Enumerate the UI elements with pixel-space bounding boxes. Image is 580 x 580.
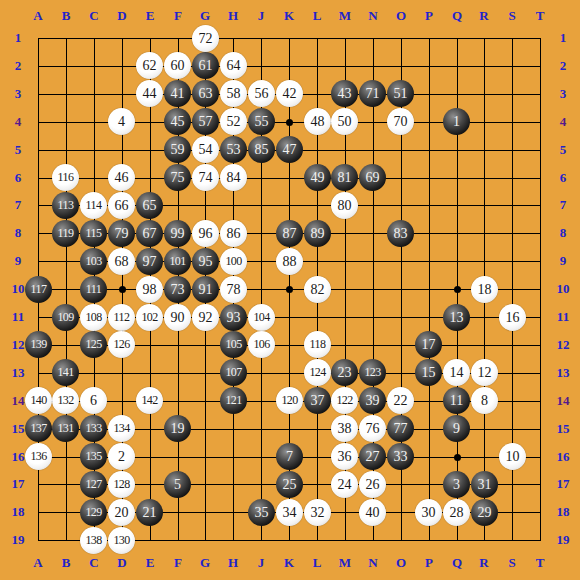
- stone-black-101-F9[interactable]: 101: [164, 248, 191, 275]
- row-label-right-9: 9: [549, 254, 577, 268]
- stone-white-122-M14[interactable]: 122: [331, 387, 358, 414]
- stone-white-12-R13[interactable]: 12: [471, 359, 498, 386]
- col-label-bottom-E: E: [136, 556, 164, 570]
- col-label-top-L: L: [303, 9, 331, 23]
- stone-white-38-M15[interactable]: 38: [331, 415, 358, 442]
- stone-white-56-J3[interactable]: 56: [248, 80, 275, 107]
- col-label-top-M: M: [331, 9, 359, 23]
- stone-white-2-D16[interactable]: 2: [108, 443, 135, 470]
- col-label-bottom-L: L: [303, 556, 331, 570]
- col-label-top-B: B: [52, 9, 80, 23]
- stone-white-86-H8[interactable]: 86: [220, 220, 247, 247]
- stone-black-91-G10[interactable]: 91: [192, 276, 219, 303]
- stone-black-83-O8[interactable]: 83: [387, 220, 414, 247]
- stone-black-133-C15[interactable]: 133: [80, 415, 107, 442]
- stone-black-13-Q11[interactable]: 13: [443, 304, 470, 331]
- row-label-right-18: 18: [549, 505, 577, 519]
- stone-black-29-R18[interactable]: 29: [471, 499, 498, 526]
- stone-black-53-H5[interactable]: 53: [220, 136, 247, 163]
- stone-white-10-S16[interactable]: 10: [499, 443, 526, 470]
- stone-black-115-C8[interactable]: 115: [80, 220, 107, 247]
- stone-white-98-E10[interactable]: 98: [136, 276, 163, 303]
- stone-black-7-K16[interactable]: 7: [276, 443, 303, 470]
- stone-white-116-B6[interactable]: 116: [52, 164, 79, 191]
- stone-black-117-A10[interactable]: 117: [25, 276, 52, 303]
- star-point-Q10: [454, 286, 461, 293]
- row-label-right-8: 8: [549, 226, 577, 240]
- stone-white-46-D6[interactable]: 46: [108, 164, 135, 191]
- stone-white-88-K9[interactable]: 88: [276, 248, 303, 275]
- stone-white-114-C7[interactable]: 114: [80, 192, 107, 219]
- stone-black-17-P12[interactable]: 17: [415, 331, 442, 358]
- stone-white-124-L13[interactable]: 124: [304, 359, 331, 386]
- col-label-bottom-H: H: [219, 556, 247, 570]
- star-point-D10: [119, 286, 126, 293]
- stone-white-72-G1[interactable]: 72: [192, 25, 219, 52]
- row-label-right-16: 16: [549, 450, 577, 464]
- stone-white-138-C19[interactable]: 138: [80, 527, 107, 554]
- row-label-right-11: 11: [549, 310, 577, 324]
- stone-black-27-N16[interactable]: 27: [359, 443, 386, 470]
- col-label-bottom-D: D: [108, 556, 136, 570]
- stone-white-4-D4[interactable]: 4: [108, 108, 135, 135]
- stone-black-19-F15[interactable]: 19: [164, 415, 191, 442]
- col-label-top-H: H: [219, 9, 247, 23]
- stone-white-26-N17[interactable]: 26: [359, 471, 386, 498]
- col-label-bottom-N: N: [359, 556, 387, 570]
- stone-white-24-M17[interactable]: 24: [331, 471, 358, 498]
- row-label-right-19: 19: [549, 533, 577, 547]
- stone-white-62-E2[interactable]: 62: [136, 52, 163, 79]
- stone-black-93-H11[interactable]: 93: [220, 304, 247, 331]
- stone-white-74-G6[interactable]: 74: [192, 164, 219, 191]
- stone-black-31-R17[interactable]: 31: [471, 471, 498, 498]
- stone-white-50-M4[interactable]: 50: [331, 108, 358, 135]
- stone-white-136-A16[interactable]: 136: [25, 443, 52, 470]
- stone-black-131-B15[interactable]: 131: [52, 415, 79, 442]
- row-label-right-7: 7: [549, 198, 577, 212]
- col-label-bottom-J: J: [247, 556, 275, 570]
- stone-white-18-R10[interactable]: 18: [471, 276, 498, 303]
- stone-white-102-E11[interactable]: 102: [136, 304, 163, 331]
- stone-white-40-N18[interactable]: 40: [359, 499, 386, 526]
- stone-black-55-J4[interactable]: 55: [248, 108, 275, 135]
- stone-white-106-J12[interactable]: 106: [248, 331, 275, 358]
- row-label-left-11: 11: [4, 310, 32, 324]
- stone-white-128-D17[interactable]: 128: [108, 471, 135, 498]
- stone-white-130-D19[interactable]: 130: [108, 527, 135, 554]
- stone-black-61-G2[interactable]: 61: [192, 52, 219, 79]
- stone-white-104-J11[interactable]: 104: [248, 304, 275, 331]
- stone-black-135-C16[interactable]: 135: [80, 443, 107, 470]
- stone-black-57-G4[interactable]: 57: [192, 108, 219, 135]
- stone-white-134-D15[interactable]: 134: [108, 415, 135, 442]
- col-label-bottom-T: T: [526, 556, 554, 570]
- col-label-top-N: N: [359, 9, 387, 23]
- stone-black-25-K17[interactable]: 25: [276, 471, 303, 498]
- row-label-right-12: 12: [549, 338, 577, 352]
- stone-black-111-C10[interactable]: 111: [80, 276, 107, 303]
- star-point-K10: [286, 286, 293, 293]
- stone-black-21-E18[interactable]: 21: [136, 499, 163, 526]
- stone-white-76-N15[interactable]: 76: [359, 415, 386, 442]
- stone-black-37-L14[interactable]: 37: [304, 387, 331, 414]
- row-label-left-4: 4: [4, 115, 32, 129]
- row-label-left-2: 2: [4, 59, 32, 73]
- grid-line-v: [429, 38, 430, 541]
- stone-black-97-E9[interactable]: 97: [136, 248, 163, 275]
- col-label-bottom-F: F: [164, 556, 192, 570]
- stone-black-87-K8[interactable]: 87: [276, 220, 303, 247]
- col-label-bottom-P: P: [415, 556, 443, 570]
- stone-white-80-M7[interactable]: 80: [331, 192, 358, 219]
- stone-black-99-F8[interactable]: 99: [164, 220, 191, 247]
- row-label-right-17: 17: [549, 477, 577, 491]
- col-label-top-D: D: [108, 9, 136, 23]
- stone-black-11-Q14[interactable]: 11: [443, 387, 470, 414]
- stone-white-100-H9[interactable]: 100: [220, 248, 247, 275]
- stone-black-35-J18[interactable]: 35: [248, 499, 275, 526]
- stone-black-43-M3[interactable]: 43: [331, 80, 358, 107]
- col-label-top-Q: Q: [443, 9, 471, 23]
- stone-black-15-P13[interactable]: 15: [415, 359, 442, 386]
- stone-white-58-H3[interactable]: 58: [220, 80, 247, 107]
- stone-white-90-F11[interactable]: 90: [164, 304, 191, 331]
- stone-white-70-O4[interactable]: 70: [387, 108, 414, 135]
- stone-black-127-C17[interactable]: 127: [80, 471, 107, 498]
- stone-white-60-F2[interactable]: 60: [164, 52, 191, 79]
- row-label-left-9: 9: [4, 254, 32, 268]
- row-label-right-4: 4: [549, 115, 577, 129]
- row-label-left-7: 7: [4, 198, 32, 212]
- stone-white-16-S11[interactable]: 16: [499, 304, 526, 331]
- row-label-right-14: 14: [549, 394, 577, 408]
- stone-black-73-F10[interactable]: 73: [164, 276, 191, 303]
- col-label-bottom-Q: Q: [443, 556, 471, 570]
- row-label-right-15: 15: [549, 422, 577, 436]
- stone-black-79-D8[interactable]: 79: [108, 220, 135, 247]
- stone-white-8-R14[interactable]: 8: [471, 387, 498, 414]
- stone-black-71-N3[interactable]: 71: [359, 80, 386, 107]
- stone-black-45-F4[interactable]: 45: [164, 108, 191, 135]
- col-label-bottom-G: G: [191, 556, 219, 570]
- stone-black-5-F17[interactable]: 5: [164, 471, 191, 498]
- stone-white-68-D9[interactable]: 68: [108, 248, 135, 275]
- stone-white-6-C14[interactable]: 6: [80, 387, 107, 414]
- row-label-right-13: 13: [549, 366, 577, 380]
- row-label-left-3: 3: [4, 87, 32, 101]
- stone-black-95-G9[interactable]: 95: [192, 248, 219, 275]
- stone-black-137-A15[interactable]: 137: [25, 415, 52, 442]
- stone-white-42-K3[interactable]: 42: [276, 80, 303, 107]
- stone-white-126-D12[interactable]: 126: [108, 331, 135, 358]
- col-label-top-E: E: [136, 9, 164, 23]
- row-label-right-5: 5: [549, 143, 577, 157]
- stone-black-49-L6[interactable]: 49: [304, 164, 331, 191]
- col-label-top-C: C: [80, 9, 108, 23]
- row-label-left-6: 6: [4, 171, 32, 185]
- col-label-top-A: A: [24, 9, 52, 23]
- stone-black-1-Q4[interactable]: 1: [443, 108, 470, 135]
- col-label-top-P: P: [415, 9, 443, 23]
- stone-white-20-D18[interactable]: 20: [108, 499, 135, 526]
- col-label-bottom-C: C: [80, 556, 108, 570]
- stone-white-120-K14[interactable]: 120: [276, 387, 303, 414]
- stone-black-119-B8[interactable]: 119: [52, 220, 79, 247]
- stone-black-81-M6[interactable]: 81: [331, 164, 358, 191]
- stone-white-132-B14[interactable]: 132: [52, 387, 79, 414]
- row-label-left-13: 13: [4, 366, 32, 380]
- star-point-K4: [286, 119, 293, 126]
- stone-black-85-J5[interactable]: 85: [248, 136, 275, 163]
- col-label-bottom-A: A: [24, 556, 52, 570]
- stone-black-47-K5[interactable]: 47: [276, 136, 303, 163]
- stone-white-32-L18[interactable]: 32: [304, 499, 331, 526]
- col-label-bottom-B: B: [52, 556, 80, 570]
- stone-black-139-A12[interactable]: 139: [25, 331, 52, 358]
- row-label-right-1: 1: [549, 31, 577, 45]
- col-label-top-F: F: [164, 9, 192, 23]
- col-label-top-J: J: [247, 9, 275, 23]
- col-label-bottom-K: K: [275, 556, 303, 570]
- stone-white-96-G8[interactable]: 96: [192, 220, 219, 247]
- stone-white-22-O14[interactable]: 22: [387, 387, 414, 414]
- stone-black-63-G3[interactable]: 63: [192, 80, 219, 107]
- col-label-top-O: O: [387, 9, 415, 23]
- stone-black-23-M13[interactable]: 23: [331, 359, 358, 386]
- row-label-right-6: 6: [549, 171, 577, 185]
- stone-black-59-F5[interactable]: 59: [164, 136, 191, 163]
- stone-black-103-C9[interactable]: 103: [80, 248, 107, 275]
- stone-black-129-C18[interactable]: 129: [80, 499, 107, 526]
- stone-black-9-Q15[interactable]: 9: [443, 415, 470, 442]
- stone-black-75-F6[interactable]: 75: [164, 164, 191, 191]
- go-board[interactable]: AABBCCDDEEFFGGHHJJKKLLMMNNOOPPQQRRSSTT11…: [0, 0, 580, 580]
- stone-white-44-E3[interactable]: 44: [136, 80, 163, 107]
- stone-black-123-N13[interactable]: 123: [359, 359, 386, 386]
- stone-white-118-L12[interactable]: 118: [304, 331, 331, 358]
- stone-white-84-H6[interactable]: 84: [220, 164, 247, 191]
- stone-white-78-H10[interactable]: 78: [220, 276, 247, 303]
- stone-black-67-E8[interactable]: 67: [136, 220, 163, 247]
- stone-white-66-D7[interactable]: 66: [108, 192, 135, 219]
- stone-black-107-H13[interactable]: 107: [220, 359, 247, 386]
- row-label-left-8: 8: [4, 226, 32, 240]
- stone-black-65-E7[interactable]: 65: [136, 192, 163, 219]
- row-label-left-5: 5: [4, 143, 32, 157]
- row-label-right-2: 2: [549, 59, 577, 73]
- col-label-top-R: R: [470, 9, 498, 23]
- stone-white-34-K18[interactable]: 34: [276, 499, 303, 526]
- stone-black-51-O3[interactable]: 51: [387, 80, 414, 107]
- stone-black-125-C12[interactable]: 125: [80, 331, 107, 358]
- col-label-top-K: K: [275, 9, 303, 23]
- col-label-top-T: T: [526, 9, 554, 23]
- stone-black-109-B11[interactable]: 109: [52, 304, 79, 331]
- stone-white-140-A14[interactable]: 140: [25, 387, 52, 414]
- col-label-bottom-R: R: [470, 556, 498, 570]
- stone-white-48-L4[interactable]: 48: [304, 108, 331, 135]
- stone-black-77-O15[interactable]: 77: [387, 415, 414, 442]
- stone-white-112-D11[interactable]: 112: [108, 304, 135, 331]
- row-label-left-1: 1: [4, 31, 32, 45]
- grid-line-v: [540, 38, 541, 541]
- row-label-left-17: 17: [4, 477, 32, 491]
- stone-white-36-M16[interactable]: 36: [331, 443, 358, 470]
- col-label-bottom-O: O: [387, 556, 415, 570]
- stone-white-92-G11[interactable]: 92: [192, 304, 219, 331]
- stone-black-69-N6[interactable]: 69: [359, 164, 386, 191]
- stone-black-39-N14[interactable]: 39: [359, 387, 386, 414]
- row-label-left-19: 19: [4, 533, 32, 547]
- col-label-bottom-M: M: [331, 556, 359, 570]
- star-point-Q16: [454, 454, 461, 461]
- stone-white-52-H4[interactable]: 52: [220, 108, 247, 135]
- stone-white-54-G5[interactable]: 54: [192, 136, 219, 163]
- col-label-top-G: G: [191, 9, 219, 23]
- row-label-left-18: 18: [4, 505, 32, 519]
- stone-white-28-Q18[interactable]: 28: [443, 499, 470, 526]
- stone-white-14-Q13[interactable]: 14: [443, 359, 470, 386]
- col-label-top-S: S: [498, 9, 526, 23]
- stone-black-41-F3[interactable]: 41: [164, 80, 191, 107]
- stone-white-142-E14[interactable]: 142: [136, 387, 163, 414]
- stone-black-121-H14[interactable]: 121: [220, 387, 247, 414]
- stone-black-113-B7[interactable]: 113: [52, 192, 79, 219]
- stone-white-108-C11[interactable]: 108: [80, 304, 107, 331]
- row-label-right-3: 3: [549, 87, 577, 101]
- stone-black-3-Q17[interactable]: 3: [443, 471, 470, 498]
- stone-black-89-L8[interactable]: 89: [304, 220, 331, 247]
- col-label-bottom-S: S: [498, 556, 526, 570]
- stone-black-33-O16[interactable]: 33: [387, 443, 414, 470]
- stone-white-30-P18[interactable]: 30: [415, 499, 442, 526]
- row-label-right-10: 10: [549, 282, 577, 296]
- stone-black-105-H12[interactable]: 105: [220, 331, 247, 358]
- stone-black-141-B13[interactable]: 141: [52, 359, 79, 386]
- stone-white-64-H2[interactable]: 64: [220, 52, 247, 79]
- stone-white-82-L10[interactable]: 82: [304, 276, 331, 303]
- go-kifu-diagram: AABBCCDDEEFFGGHHJJKKLLMMNNOOPPQQRRSSTT11…: [0, 0, 580, 580]
